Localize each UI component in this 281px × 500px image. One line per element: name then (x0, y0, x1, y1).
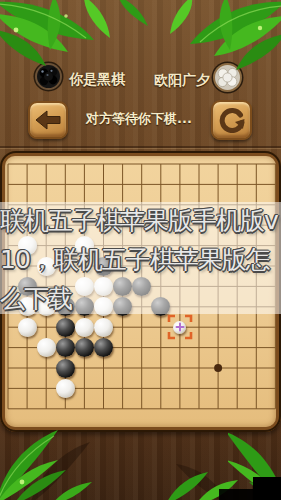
opponent-name: 欧阳广夕 (154, 72, 210, 90)
wood-seam (0, 146, 281, 148)
stone-black (56, 338, 75, 357)
stone-black (56, 359, 75, 378)
stone-white (37, 338, 56, 357)
status-text: 对方等待你下棋... (64, 110, 214, 128)
last-move-marker (167, 314, 193, 340)
leaf-decoration-bottom-left (0, 424, 115, 500)
caption-line-1: 联机五子棋苹果版手机版v (0, 204, 281, 237)
leaf-decoration-top-left (0, 0, 150, 72)
restart-button[interactable] (211, 100, 252, 140)
stone-white (75, 318, 94, 337)
stone-white (94, 318, 113, 337)
stone-white (56, 379, 75, 398)
player-black-label: 你是黑棋 (69, 71, 125, 89)
stone-black (94, 338, 113, 357)
caption-line-2: 10，联机五子棋苹果版怎 (0, 243, 281, 276)
rotate-arrow-icon (219, 107, 245, 133)
white-stone-bowl-icon (211, 61, 244, 94)
stone-white (18, 318, 37, 337)
watermark-box (219, 489, 253, 500)
black-stone-bowl-icon (33, 61, 64, 92)
stone-black (75, 338, 94, 357)
watermark-box (253, 477, 281, 500)
game-screen: 联机五子棋苹果版手机版v 10，联机五子棋苹果版怎 么下载 你是黑棋 欧阳广夕 … (0, 0, 281, 500)
caption-line-3: 么下载 (0, 282, 281, 315)
caption-overlay: 联机五子棋苹果版手机版v 10，联机五子棋苹果版怎 么下载 (0, 202, 281, 314)
back-button[interactable] (28, 101, 68, 139)
arrow-left-icon (35, 110, 61, 130)
stone-black (56, 318, 75, 337)
